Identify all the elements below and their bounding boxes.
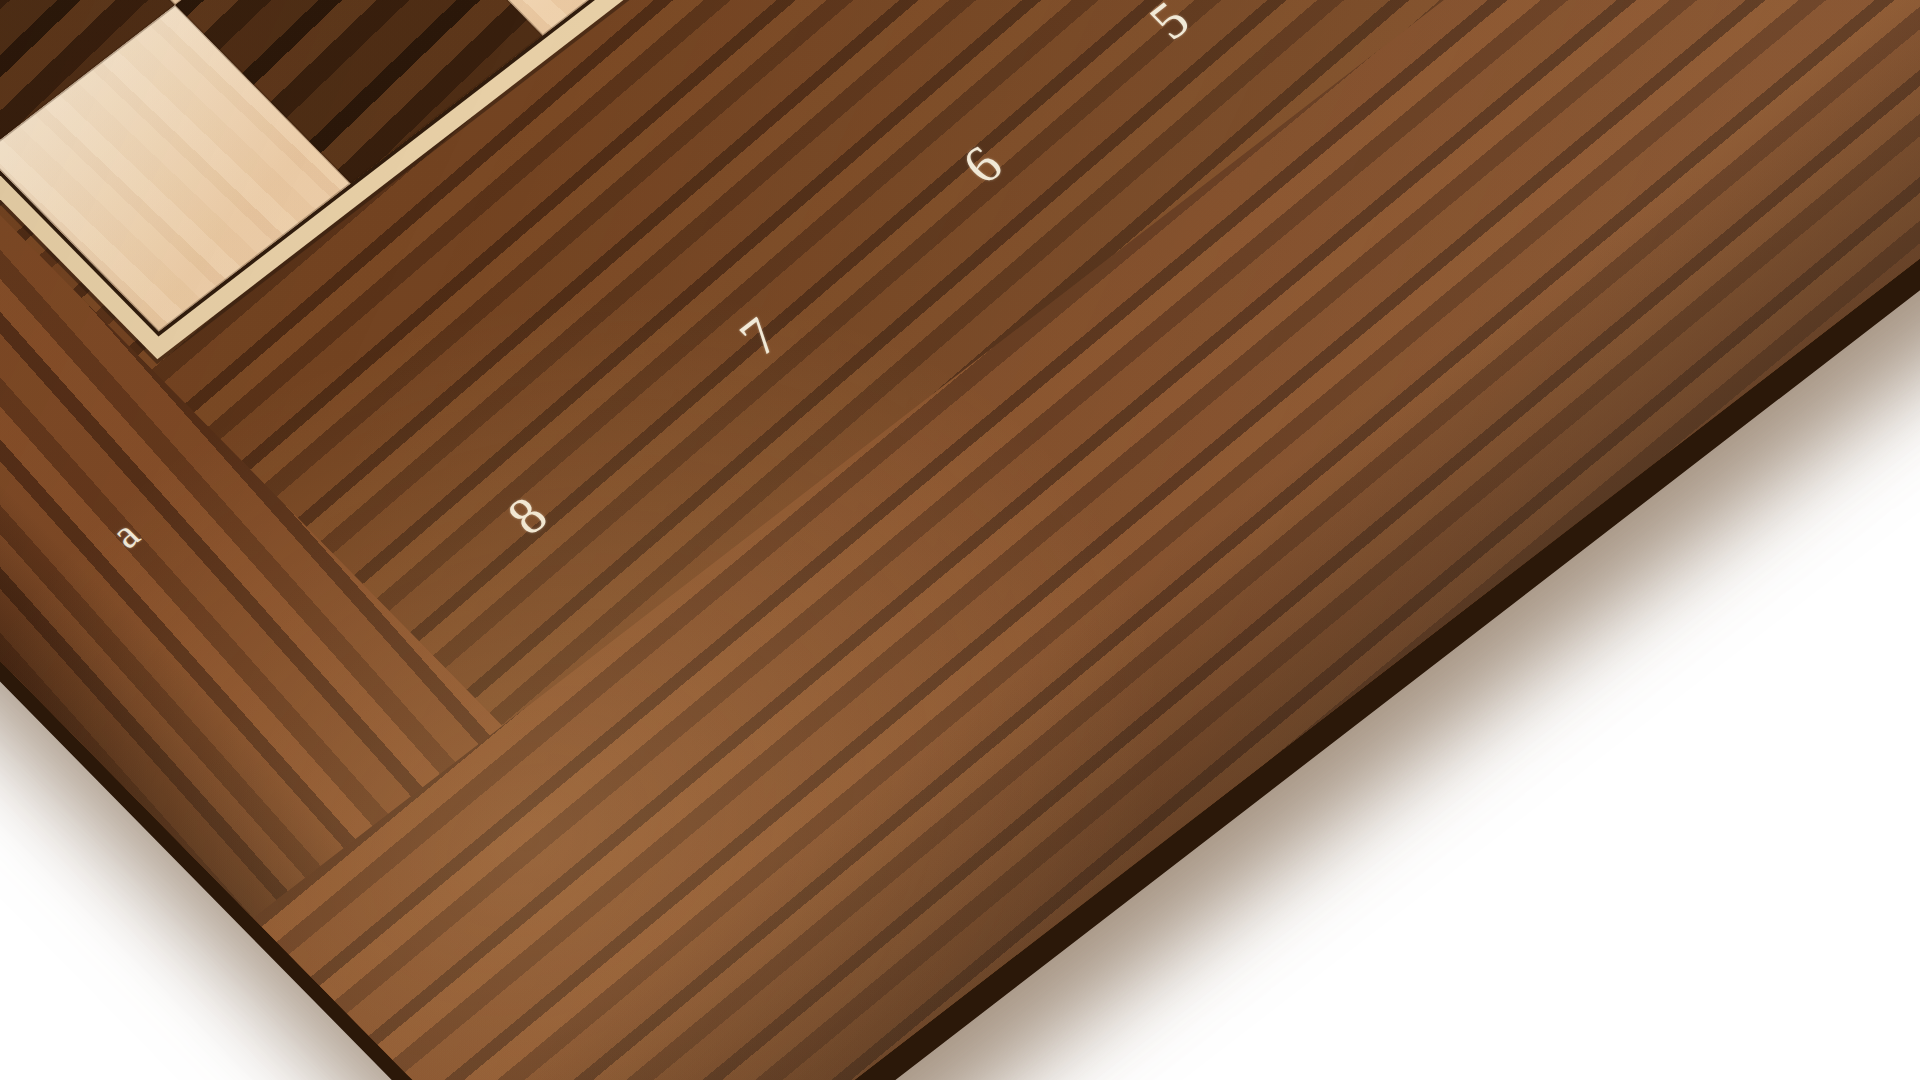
rank-label-8: 8 bbox=[498, 488, 558, 544]
board-photo: 87654321abcdefgh bbox=[0, 0, 1920, 1080]
rank-label-5: 5 bbox=[1140, 0, 1200, 49]
rank-label-6: 6 bbox=[953, 138, 1013, 194]
board-border-bottom bbox=[253, 0, 1920, 1080]
rank-label-7: 7 bbox=[730, 309, 790, 365]
chessboard: 87654321abcdefgh bbox=[0, 0, 1920, 1080]
